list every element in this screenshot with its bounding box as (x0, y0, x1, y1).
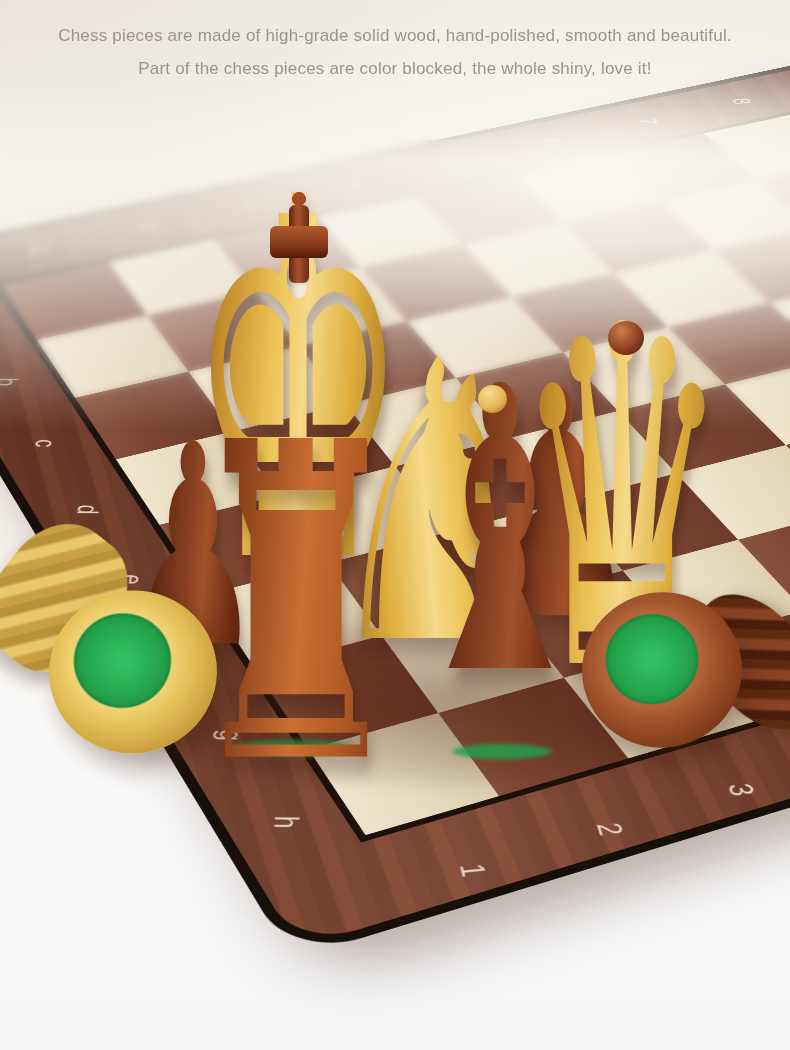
file-label-d: d (69, 505, 104, 515)
boxwood-ball-finial (478, 385, 507, 413)
file-label-c: c (28, 440, 62, 448)
product-photo-stage: Chess pieces are made of high-grade soli… (0, 0, 790, 1050)
rank-label-far-1: 1 (25, 246, 55, 255)
golden-rosewood-rook-glyph: ♜ (183, 387, 410, 823)
rosewood-cross-finial (270, 190, 328, 290)
rank-label-far-6: 6 (537, 137, 567, 145)
product-caption-line-1: Chess pieces are made of high-grade soli… (0, 26, 790, 46)
rank-label-far-7: 7 (633, 117, 663, 125)
rank-label-3: 3 (720, 781, 762, 797)
file-label-b: b (0, 378, 22, 386)
rank-label-far-8: 8 (726, 97, 756, 105)
rosewood-ball-finial (608, 321, 644, 355)
rank-label-far-5: 5 (440, 158, 470, 166)
rank-label-1: 1 (451, 861, 493, 878)
rank-label-far-2: 2 (132, 223, 162, 232)
product-caption-line-2: Part of the chess pieces are color block… (0, 59, 790, 79)
rank-label-2: 2 (588, 821, 630, 837)
